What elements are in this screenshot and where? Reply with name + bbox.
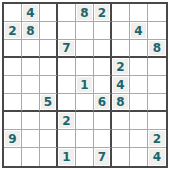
cell-r1c1[interactable] xyxy=(4,4,22,22)
cell-r6c5[interactable] xyxy=(76,94,94,112)
cell-r2c1[interactable]: 2 xyxy=(4,22,22,40)
cell-r8c6[interactable] xyxy=(94,130,112,148)
cell-r6c3[interactable]: 5 xyxy=(40,94,58,112)
cell-r6c7[interactable]: 8 xyxy=(112,94,130,112)
cell-r5c2[interactable] xyxy=(22,76,40,94)
cell-r7c9[interactable] xyxy=(148,112,166,130)
cell-r9c8[interactable] xyxy=(130,148,148,166)
cell-r7c5[interactable] xyxy=(76,112,94,130)
cell-r2c4[interactable] xyxy=(58,22,76,40)
cell-r8c3[interactable] xyxy=(40,130,58,148)
cell-r8c5[interactable] xyxy=(76,130,94,148)
cell-r8c9[interactable]: 2 xyxy=(148,130,166,148)
sudoku-board: 48228478214568292174 xyxy=(2,2,168,168)
cell-r4c6[interactable] xyxy=(94,58,112,76)
cell-r3c9[interactable]: 8 xyxy=(148,40,166,58)
cell-r9c7[interactable] xyxy=(112,148,130,166)
cell-r4c7[interactable]: 2 xyxy=(112,58,130,76)
cell-r7c3[interactable] xyxy=(40,112,58,130)
cell-r4c1[interactable] xyxy=(4,58,22,76)
cell-r4c4[interactable] xyxy=(58,58,76,76)
cell-r9c3[interactable] xyxy=(40,148,58,166)
cell-r1c2[interactable]: 4 xyxy=(22,4,40,22)
cell-r3c4[interactable]: 7 xyxy=(58,40,76,58)
cell-r6c6[interactable]: 6 xyxy=(94,94,112,112)
cell-r5c5[interactable]: 1 xyxy=(76,76,94,94)
cell-r6c1[interactable] xyxy=(4,94,22,112)
cell-r3c7[interactable] xyxy=(112,40,130,58)
cell-r5c7[interactable]: 4 xyxy=(112,76,130,94)
cell-r7c2[interactable] xyxy=(22,112,40,130)
cell-r7c4[interactable]: 2 xyxy=(58,112,76,130)
cell-r4c9[interactable] xyxy=(148,58,166,76)
sudoku-screen: 48228478214568292174 xyxy=(0,0,170,170)
cell-r7c8[interactable] xyxy=(130,112,148,130)
cell-r3c2[interactable] xyxy=(22,40,40,58)
cell-r8c2[interactable] xyxy=(22,130,40,148)
cell-r1c8[interactable] xyxy=(130,4,148,22)
cell-r5c8[interactable] xyxy=(130,76,148,94)
cell-r1c3[interactable] xyxy=(40,4,58,22)
cell-r7c7[interactable] xyxy=(112,112,130,130)
cell-r3c5[interactable] xyxy=(76,40,94,58)
cell-r5c3[interactable] xyxy=(40,76,58,94)
cell-r4c5[interactable] xyxy=(76,58,94,76)
cell-r3c1[interactable] xyxy=(4,40,22,58)
cell-r9c1[interactable] xyxy=(4,148,22,166)
cell-r2c6[interactable] xyxy=(94,22,112,40)
cell-r9c9[interactable]: 4 xyxy=(148,148,166,166)
cell-r2c5[interactable] xyxy=(76,22,94,40)
cell-r5c6[interactable] xyxy=(94,76,112,94)
cell-r7c6[interactable] xyxy=(94,112,112,130)
cell-r6c8[interactable] xyxy=(130,94,148,112)
cell-r4c2[interactable] xyxy=(22,58,40,76)
cell-r6c4[interactable] xyxy=(58,94,76,112)
cell-r7c1[interactable] xyxy=(4,112,22,130)
cell-r4c3[interactable] xyxy=(40,58,58,76)
cell-r8c7[interactable] xyxy=(112,130,130,148)
cell-r9c5[interactable] xyxy=(76,148,94,166)
cell-r2c7[interactable] xyxy=(112,22,130,40)
cell-r1c9[interactable] xyxy=(148,4,166,22)
cell-r1c6[interactable]: 2 xyxy=(94,4,112,22)
cell-r8c8[interactable] xyxy=(130,130,148,148)
cell-r8c1[interactable]: 9 xyxy=(4,130,22,148)
cell-r9c6[interactable]: 7 xyxy=(94,148,112,166)
cell-r3c8[interactable] xyxy=(130,40,148,58)
cell-r1c5[interactable]: 8 xyxy=(76,4,94,22)
cell-r9c2[interactable] xyxy=(22,148,40,166)
cell-r1c7[interactable] xyxy=(112,4,130,22)
cell-r4c8[interactable] xyxy=(130,58,148,76)
cell-r3c6[interactable] xyxy=(94,40,112,58)
cell-r6c9[interactable] xyxy=(148,94,166,112)
cell-r5c9[interactable] xyxy=(148,76,166,94)
cell-r2c8[interactable]: 4 xyxy=(130,22,148,40)
cell-r8c4[interactable] xyxy=(58,130,76,148)
cell-r6c2[interactable] xyxy=(22,94,40,112)
cell-r5c1[interactable] xyxy=(4,76,22,94)
cell-r1c4[interactable] xyxy=(58,4,76,22)
cell-r9c4[interactable]: 1 xyxy=(58,148,76,166)
cell-r5c4[interactable] xyxy=(58,76,76,94)
cell-r2c3[interactable] xyxy=(40,22,58,40)
cell-r3c3[interactable] xyxy=(40,40,58,58)
cell-r2c9[interactable] xyxy=(148,22,166,40)
cell-r2c2[interactable]: 8 xyxy=(22,22,40,40)
